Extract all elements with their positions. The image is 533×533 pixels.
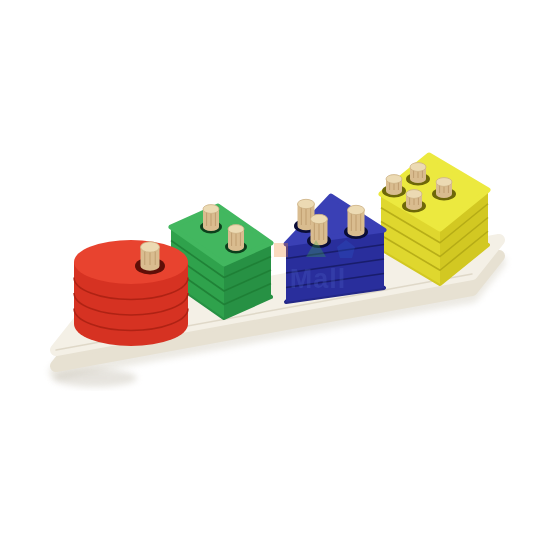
watermark-text: Mall	[290, 264, 347, 294]
cylinder-top-face	[74, 240, 188, 284]
peg-cap	[141, 242, 160, 252]
peg-cap	[406, 190, 422, 199]
peg-cap	[386, 175, 402, 184]
product-photo: Mall	[0, 0, 533, 533]
peg-cap	[410, 163, 426, 172]
peg-cap	[298, 199, 315, 208]
peg-cap	[203, 205, 219, 214]
stack-circle-red	[74, 240, 188, 346]
peg-cap	[228, 225, 244, 234]
peg-cap	[436, 178, 452, 187]
toy-scene-svg: Mall	[0, 0, 533, 533]
peg-cap	[348, 205, 365, 214]
watermark-square-icon	[274, 243, 288, 257]
corner-shadow	[53, 369, 137, 387]
peg-cap	[311, 214, 328, 223]
